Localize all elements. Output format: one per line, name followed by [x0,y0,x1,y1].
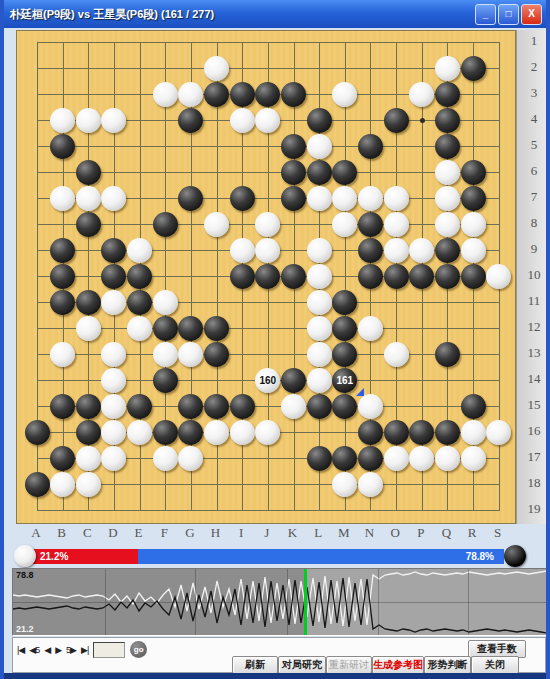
black-stone-O10 [384,264,409,289]
white-stone-F13 [153,342,178,367]
white-stone-L9 [307,238,332,263]
white-stone-D11 [101,290,126,315]
white-stone-L10 [307,264,332,289]
white-stone-D15 [101,394,126,419]
white-stone-J9 [255,238,280,263]
row-label: 15 [528,397,541,413]
row-label: 2 [531,59,538,75]
board-hline [37,484,500,485]
graph-top-label: 78.8 [16,570,34,580]
white-stone-C7 [76,186,101,211]
white-stone-O17 [384,446,409,471]
black-stone-N9 [358,238,383,263]
black-stone-J10 [255,264,280,289]
move-marker-icon [356,388,364,396]
black-winrate-value: 78.8% [466,551,494,562]
white-stone-E9 [127,238,152,263]
white-stone-L7 [307,186,332,211]
white-stone-B7 [50,186,75,211]
back-1-button[interactable]: ◀ [44,645,50,655]
black-stone-C15 [76,394,101,419]
black-stone-M15 [332,394,357,419]
black-winrate-line [13,578,547,633]
row-label: 19 [528,501,541,517]
white-stone-R17 [461,446,486,471]
current-move-cursor[interactable] [304,569,307,635]
white-stone-E12 [127,316,152,341]
black-stone-C11 [76,290,101,315]
button-对局研究[interactable]: 对局研究 [278,656,326,674]
white-stone-D16 [101,420,126,445]
white-stone-D14 [101,368,126,393]
black-stone-A16 [25,420,50,445]
control-panel: |◀ ◀5 ◀ ▶ 5▶ ▶| go 查看手数 刷新对局研究重新研讨生成参考图形… [12,637,546,673]
row-label: 10 [528,267,541,283]
black-stone-R15 [461,394,486,419]
black-stone-A18 [25,472,50,497]
black-stone-I7 [230,186,255,211]
white-stone-C18 [76,472,101,497]
white-stone-Q2 [435,56,460,81]
white-stone-L14 [307,368,332,393]
black-stone-K7 [281,186,306,211]
white-stone-K15 [281,394,306,419]
board-hline [37,42,500,43]
white-stone-I9 [230,238,255,263]
star-point [420,118,425,123]
black-stone-Q5 [435,134,460,159]
white-stone-M18 [332,472,357,497]
white-stone-P9 [409,238,434,263]
forward-1-button[interactable]: ▶ [55,645,61,655]
white-stone-R8 [461,212,486,237]
maximize-button[interactable]: □ [498,4,519,25]
white-stone-H2 [204,56,229,81]
app-window: 朴廷桓(P9段) vs 王星昊(P6段) (161 / 277) _ □ X 1… [0,0,550,679]
white-stone-Q8 [435,212,460,237]
column-label: C [83,525,92,541]
black-stone-B9 [50,238,75,263]
white-stone-S16 [486,420,511,445]
black-stone-Q9 [435,238,460,263]
board-hline [37,172,500,173]
graph-gridline [105,569,106,635]
column-coordinates: ABCDEFGHIJKLMNOPQRS [16,524,516,544]
column-label: R [468,525,477,541]
black-stone-M14: 161 [332,368,357,393]
window-title: 朴廷桓(P9段) vs 王星昊(P6段) (161 / 277) [4,7,214,22]
black-stone-E15 [127,394,152,419]
row-coordinates: 12345678910111213141516171819 [516,30,550,524]
white-stone-N18 [358,472,383,497]
button-形势判断[interactable]: 形势判断 [424,656,471,674]
row-label: 9 [531,241,538,257]
black-stone-I10 [230,264,255,289]
white-stone-H16 [204,420,229,445]
column-label: D [108,525,117,541]
black-stone-F14 [153,368,178,393]
white-stone-O9 [384,238,409,263]
black-stone-M13 [332,342,357,367]
black-stone-B15 [50,394,75,419]
column-label: J [264,525,269,541]
white-stone-C17 [76,446,101,471]
row-label: 18 [528,475,541,491]
white-stone-N7 [358,186,383,211]
white-stone-D13 [101,342,126,367]
white-stone-B4 [50,108,75,133]
black-stone-I3 [230,82,255,107]
white-stone-L5 [307,134,332,159]
go-board[interactable]: 160161 [16,30,516,524]
black-stone-N10 [358,264,383,289]
column-label: N [365,525,374,541]
move-navigation: |◀ ◀5 ◀ ▶ 5▶ ▶| go [17,641,147,658]
black-stone-E10 [127,264,152,289]
white-stone-R9 [461,238,486,263]
white-stone-L13 [307,342,332,367]
column-label: P [417,525,424,541]
black-stone-G7 [178,186,203,211]
black-stone-B17 [50,446,75,471]
black-stone-F12 [153,316,178,341]
last-move-button[interactable]: ▶| [81,645,88,655]
white-stone-G3 [178,82,203,107]
black-stone-icon [504,545,526,567]
column-label: E [135,525,143,541]
back-5-button[interactable]: ◀5 [29,645,39,655]
move-number-input[interactable] [93,642,125,658]
button-生成参考图[interactable]: 生成参考图 [372,656,424,674]
black-stone-F8 [153,212,178,237]
black-stone-I15 [230,394,255,419]
black-stone-G16 [178,420,203,445]
black-stone-Q10 [435,264,460,289]
column-label: H [211,525,220,541]
black-stone-C6 [76,160,101,185]
black-stone-C16 [76,420,101,445]
white-stone-Q17 [435,446,460,471]
white-stone-D4 [101,108,126,133]
white-stone-J14: 160 [255,368,280,393]
black-stone-Q3 [435,82,460,107]
black-stone-O4 [384,108,409,133]
black-stone-H13 [204,342,229,367]
graph-gridline [195,569,196,635]
row-label: 8 [531,215,538,231]
button-刷新[interactable]: 刷新 [232,656,278,674]
white-stone-F3 [153,82,178,107]
white-winrate-line [13,571,547,626]
white-stone-F11 [153,290,178,315]
white-stone-N12 [358,316,383,341]
title-bar: 朴廷桓(P9段) vs 王星昊(P6段) (161 / 277) _ □ X [4,0,546,28]
white-stone-E16 [127,420,152,445]
column-label: S [494,525,501,541]
row-label: 7 [531,189,538,205]
black-stone-M6 [332,160,357,185]
white-winrate-value: 21.2% [40,551,68,562]
black-stone-K10 [281,264,306,289]
white-stone-M3 [332,82,357,107]
window-bottom-border [4,673,546,679]
white-stone-P3 [409,82,434,107]
black-stone-P16 [409,420,434,445]
black-stone-R10 [461,264,486,289]
white-stone-I4 [230,108,255,133]
column-label: A [31,525,40,541]
graph-gridline [378,569,379,635]
row-label: 12 [528,319,541,335]
white-stone-N15 [358,394,383,419]
black-stone-N8 [358,212,383,237]
column-label: F [161,525,168,541]
black-stone-L6 [307,160,332,185]
black-stone-N5 [358,134,383,159]
white-stone-J4 [255,108,280,133]
row-label: 14 [528,371,541,387]
white-stone-B13 [50,342,75,367]
graph-gridline [287,569,288,635]
graph-gridline [468,569,469,635]
board-hline [37,146,500,147]
row-label: 5 [531,137,538,153]
row-label: 11 [528,293,541,309]
black-stone-D9 [101,238,126,263]
black-stone-Q4 [435,108,460,133]
white-stone-icon [14,545,36,567]
white-stone-Q7 [435,186,460,211]
column-label: K [288,525,297,541]
button-重新研讨[interactable]: 重新研讨 [326,656,372,674]
graph-lines [13,569,547,635]
white-stone-G17 [178,446,203,471]
white-stone-Q6 [435,160,460,185]
board-hline [37,328,500,329]
white-stone-O8 [384,212,409,237]
black-stone-L15 [307,394,332,419]
column-label: O [390,525,399,541]
black-stone-D10 [101,264,126,289]
white-stone-M7 [332,186,357,211]
column-label: Q [442,525,451,541]
white-stone-M8 [332,212,357,237]
forward-5-button[interactable]: 5▶ [66,645,76,655]
black-winrate-segment [138,549,504,564]
black-stone-B10 [50,264,75,289]
black-stone-M11 [332,290,357,315]
white-stone-H8 [204,212,229,237]
white-stone-S10 [486,264,511,289]
white-stone-P17 [409,446,434,471]
white-stone-C12 [76,316,101,341]
first-move-button[interactable]: |◀ [17,645,24,655]
black-stone-H12 [204,316,229,341]
row-label: 13 [528,345,541,361]
black-stone-R2 [461,56,486,81]
black-stone-O16 [384,420,409,445]
black-stone-K6 [281,160,306,185]
column-label: G [185,525,194,541]
winrate-bar: 21.2% 78.8% [12,545,546,567]
column-label: B [57,525,66,541]
black-stone-K5 [281,134,306,159]
black-stone-L17 [307,446,332,471]
minimize-button[interactable]: _ [475,4,496,25]
row-label: 17 [528,449,541,465]
white-stone-J16 [255,420,280,445]
black-stone-K14 [281,368,306,393]
black-stone-G12 [178,316,203,341]
white-stone-D7 [101,186,126,211]
board-hline [37,68,500,69]
board-hline [37,510,500,511]
white-stone-B18 [50,472,75,497]
white-stone-F17 [153,446,178,471]
white-stone-D17 [101,446,126,471]
black-stone-J3 [255,82,280,107]
white-stone-J8 [255,212,280,237]
white-stone-O7 [384,186,409,211]
black-stone-R7 [461,186,486,211]
black-stone-Q13 [435,342,460,367]
winrate-graph[interactable]: 78.8 21.2 [12,568,548,636]
black-stone-Q16 [435,420,460,445]
black-stone-N17 [358,446,383,471]
white-stone-O13 [384,342,409,367]
black-stone-B5 [50,134,75,159]
black-stone-E11 [127,290,152,315]
black-stone-F16 [153,420,178,445]
column-label: I [239,525,243,541]
black-stone-H3 [204,82,229,107]
white-stone-L12 [307,316,332,341]
black-stone-H15 [204,394,229,419]
column-label: M [338,525,350,541]
black-stone-B11 [50,290,75,315]
white-stone-I16 [230,420,255,445]
button-关闭[interactable]: 关闭 [471,656,519,674]
black-stone-M17 [332,446,357,471]
graph-bottom-label: 21.2 [16,624,34,634]
go-button[interactable]: go [130,641,147,658]
white-stone-R16 [461,420,486,445]
row-label: 1 [531,33,538,49]
white-stone-G13 [178,342,203,367]
row-label: 6 [531,163,538,179]
row-label: 4 [531,111,538,127]
black-stone-C8 [76,212,101,237]
black-stone-L4 [307,108,332,133]
black-stone-G15 [178,394,203,419]
black-stone-G4 [178,108,203,133]
row-label: 3 [531,85,538,101]
black-stone-M12 [332,316,357,341]
white-stone-L11 [307,290,332,315]
column-label: L [314,525,322,541]
black-stone-N16 [358,420,383,445]
close-button[interactable]: X [521,4,542,25]
row-label: 16 [528,423,541,439]
black-stone-R6 [461,160,486,185]
white-stone-C4 [76,108,101,133]
black-stone-K3 [281,82,306,107]
black-stone-P10 [409,264,434,289]
